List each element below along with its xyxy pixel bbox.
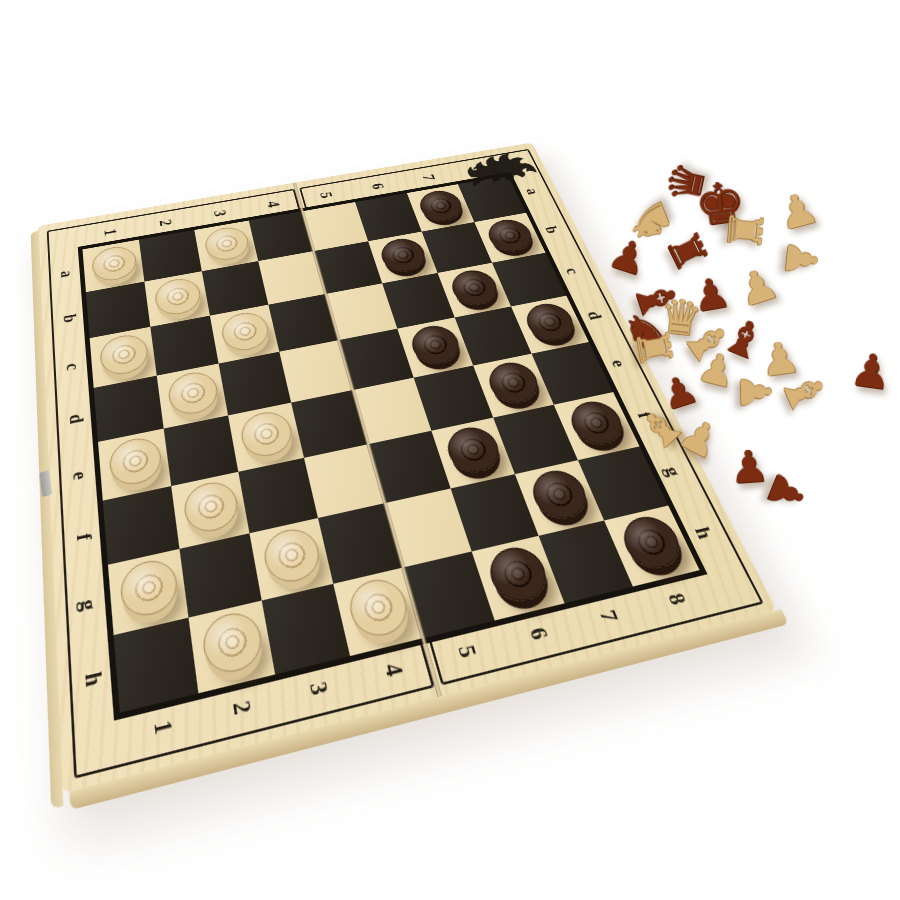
product-photo-stage: 11aa22bb33cc44dd55ee66ff77gg88hh ♚♞♜♟♛♟♜… [0, 0, 900, 900]
chess-dark-pawn[interactable]: ♟ [604, 231, 653, 283]
metal-clasp [39, 470, 52, 497]
chess-light-pawn[interactable]: ♟ [733, 372, 776, 411]
square-h1[interactable] [114, 618, 199, 713]
chess-light-rook[interactable]: ♜ [720, 207, 769, 252]
chess-light-pawn[interactable]: ♟ [773, 185, 822, 238]
chess-dark-pawn[interactable]: ♟ [759, 465, 815, 518]
chess-light-pawn[interactable]: ♟ [778, 238, 824, 280]
chess-light-rook[interactable]: ♜ [629, 325, 679, 371]
chess-dark-pawn[interactable]: ♟ [847, 345, 894, 396]
